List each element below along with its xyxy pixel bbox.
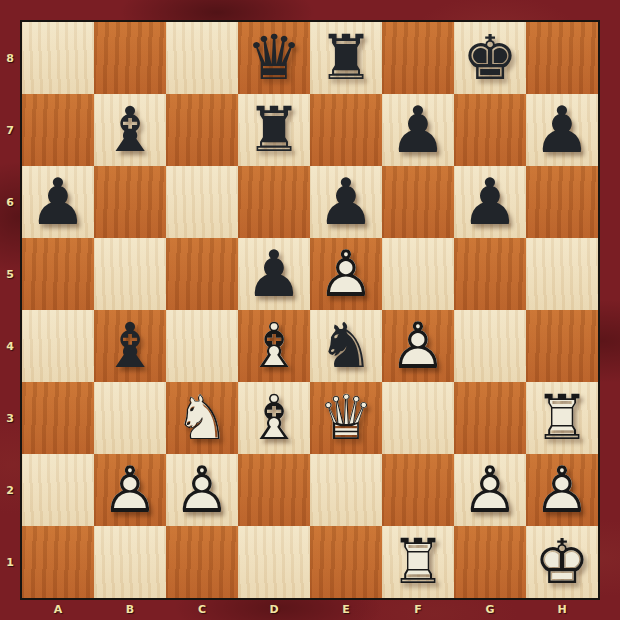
square-h5[interactable] [526, 238, 598, 310]
square-b2[interactable]: ♙ [94, 454, 166, 526]
piece-black-pawn-f7[interactable]: ♟ [389, 98, 446, 162]
square-f2[interactable] [382, 454, 454, 526]
square-a8[interactable] [22, 22, 94, 94]
square-f3[interactable] [382, 382, 454, 454]
piece-white-queen-e3[interactable]: ♕ [318, 387, 374, 449]
square-e8[interactable]: ♜ [310, 22, 382, 94]
square-e1[interactable] [310, 526, 382, 598]
square-f6[interactable] [382, 166, 454, 238]
piece-black-pawn-g6[interactable]: ♟ [461, 170, 518, 234]
square-g7[interactable] [454, 94, 526, 166]
square-c7[interactable] [166, 94, 238, 166]
square-e5[interactable]: ♙ [310, 238, 382, 310]
square-d8[interactable]: ♛ [238, 22, 310, 94]
square-a5[interactable] [22, 238, 94, 310]
piece-white-king-h1[interactable]: ♔ [534, 531, 590, 593]
square-b4[interactable]: ♝ [94, 310, 166, 382]
square-h3[interactable]: ♖ [526, 382, 598, 454]
piece-white-pawn-b2[interactable]: ♙ [101, 458, 158, 522]
file-label-H: H [526, 598, 598, 620]
square-d3[interactable]: ♗ [238, 382, 310, 454]
piece-white-pawn-f4[interactable]: ♙ [389, 314, 446, 378]
square-b6[interactable] [94, 166, 166, 238]
file-label-F: F [382, 598, 454, 620]
rank-label-7: 7 [0, 94, 20, 166]
piece-black-pawn-e6[interactable]: ♟ [317, 170, 374, 234]
square-g3[interactable] [454, 382, 526, 454]
square-d2[interactable] [238, 454, 310, 526]
square-c8[interactable] [166, 22, 238, 94]
square-d1[interactable] [238, 526, 310, 598]
square-c3[interactable]: ♘ [166, 382, 238, 454]
square-a4[interactable] [22, 310, 94, 382]
piece-white-pawn-h2[interactable]: ♙ [533, 458, 590, 522]
square-g4[interactable] [454, 310, 526, 382]
piece-black-bishop-b4[interactable]: ♝ [102, 315, 158, 377]
square-c5[interactable] [166, 238, 238, 310]
square-e2[interactable] [310, 454, 382, 526]
square-g1[interactable] [454, 526, 526, 598]
piece-black-bishop-b7[interactable]: ♝ [102, 99, 158, 161]
square-f7[interactable]: ♟ [382, 94, 454, 166]
piece-white-rook-f1[interactable]: ♖ [390, 531, 446, 593]
piece-white-pawn-e5[interactable]: ♙ [317, 242, 374, 306]
square-d7[interactable]: ♜ [238, 94, 310, 166]
square-f5[interactable] [382, 238, 454, 310]
square-e4[interactable]: ♞ [310, 310, 382, 382]
file-label-D: D [238, 598, 310, 620]
board-outline: ♛♜♚♝♜♟♟♟♟♟♟♙♝♗♞♙♘♗♕♖♙♙♙♙♖♔ [20, 20, 600, 600]
square-d4[interactable]: ♗ [238, 310, 310, 382]
square-b8[interactable] [94, 22, 166, 94]
square-f4[interactable]: ♙ [382, 310, 454, 382]
square-a2[interactable] [22, 454, 94, 526]
square-e7[interactable] [310, 94, 382, 166]
square-f1[interactable]: ♖ [382, 526, 454, 598]
piece-black-pawn-d5[interactable]: ♟ [245, 242, 302, 306]
piece-white-knight-c3[interactable]: ♘ [174, 387, 230, 449]
square-d5[interactable]: ♟ [238, 238, 310, 310]
square-c4[interactable] [166, 310, 238, 382]
file-label-E: E [310, 598, 382, 620]
rank-label-1: 1 [0, 526, 20, 598]
file-label-B: B [94, 598, 166, 620]
rank-label-4: 4 [0, 310, 20, 382]
piece-white-pawn-c2[interactable]: ♙ [173, 458, 230, 522]
square-e3[interactable]: ♕ [310, 382, 382, 454]
file-label-A: A [22, 598, 94, 620]
rank-label-3: 3 [0, 382, 20, 454]
square-f8[interactable] [382, 22, 454, 94]
square-h8[interactable] [526, 22, 598, 94]
square-a6[interactable]: ♟ [22, 166, 94, 238]
square-a1[interactable] [22, 526, 94, 598]
square-c6[interactable] [166, 166, 238, 238]
square-a7[interactable] [22, 94, 94, 166]
piece-white-bishop-d3[interactable]: ♗ [246, 387, 302, 449]
square-g2[interactable]: ♙ [454, 454, 526, 526]
rank-label-5: 5 [0, 238, 20, 310]
piece-black-queen-d8[interactable]: ♛ [246, 27, 302, 89]
piece-white-bishop-d4[interactable]: ♗ [246, 315, 302, 377]
piece-black-pawn-a6[interactable]: ♟ [29, 170, 86, 234]
rank-label-8: 8 [0, 22, 20, 94]
square-h4[interactable] [526, 310, 598, 382]
chess-board-frame: 87654321 ABCDEFGH ♛♜♚♝♜♟♟♟♟♟♟♙♝♗♞♙♘♗♕♖♙♙… [0, 0, 620, 620]
square-h6[interactable] [526, 166, 598, 238]
file-label-G: G [454, 598, 526, 620]
square-c1[interactable] [166, 526, 238, 598]
square-d6[interactable] [238, 166, 310, 238]
square-b1[interactable] [94, 526, 166, 598]
rank-label-2: 2 [0, 454, 20, 526]
piece-black-pawn-h7[interactable]: ♟ [533, 98, 590, 162]
square-b3[interactable] [94, 382, 166, 454]
square-g6[interactable]: ♟ [454, 166, 526, 238]
square-g5[interactable] [454, 238, 526, 310]
square-h7[interactable]: ♟ [526, 94, 598, 166]
square-g8[interactable]: ♚ [454, 22, 526, 94]
square-a3[interactable] [22, 382, 94, 454]
square-b5[interactable] [94, 238, 166, 310]
chess-board: ♛♜♚♝♜♟♟♟♟♟♟♙♝♗♞♙♘♗♕♖♙♙♙♙♖♔ [22, 22, 598, 598]
rank-label-6: 6 [0, 166, 20, 238]
square-h1[interactable]: ♔ [526, 526, 598, 598]
square-h2[interactable]: ♙ [526, 454, 598, 526]
piece-black-knight-e4[interactable]: ♞ [318, 315, 374, 377]
square-b7[interactable]: ♝ [94, 94, 166, 166]
piece-black-king-g8[interactable]: ♚ [462, 27, 518, 89]
square-c2[interactable]: ♙ [166, 454, 238, 526]
piece-black-rook-e8[interactable]: ♜ [318, 27, 374, 89]
file-label-C: C [166, 598, 238, 620]
piece-black-rook-d7[interactable]: ♜ [246, 99, 302, 161]
square-e6[interactable]: ♟ [310, 166, 382, 238]
piece-white-pawn-g2[interactable]: ♙ [461, 458, 518, 522]
piece-white-rook-h3[interactable]: ♖ [534, 387, 590, 449]
